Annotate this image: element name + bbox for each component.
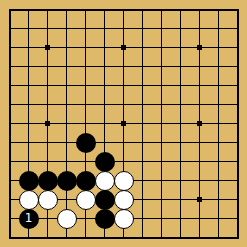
grid-line-horizontal <box>10 142 238 143</box>
black-stone <box>38 171 58 191</box>
black-stone-move-1: 1 <box>19 209 39 229</box>
black-stone <box>57 171 77 191</box>
black-stone <box>95 152 115 172</box>
white-stone <box>57 209 77 229</box>
black-stone <box>95 209 115 229</box>
white-stone <box>38 190 58 210</box>
star-point <box>197 45 202 50</box>
star-point <box>197 197 202 202</box>
white-stone <box>76 190 96 210</box>
grid-line-horizontal <box>10 161 238 162</box>
star-point <box>121 121 126 126</box>
black-stone <box>76 133 96 153</box>
white-stone <box>114 171 134 191</box>
move-number-label: 1 <box>19 209 39 229</box>
star-point <box>45 45 50 50</box>
grid-line-vertical <box>218 10 219 238</box>
grid-line-vertical <box>142 10 143 238</box>
grid-line-vertical <box>180 10 181 238</box>
black-stone <box>19 171 39 191</box>
white-stone <box>95 171 115 191</box>
star-point <box>45 121 50 126</box>
star-point <box>121 45 126 50</box>
black-stone <box>95 190 115 210</box>
white-stone <box>19 190 39 210</box>
black-stone <box>76 171 96 191</box>
star-point <box>197 121 202 126</box>
white-stone <box>114 190 134 210</box>
white-stone <box>114 209 134 229</box>
go-board[interactable]: 1 <box>0 0 247 247</box>
grid-line-vertical <box>161 10 162 238</box>
